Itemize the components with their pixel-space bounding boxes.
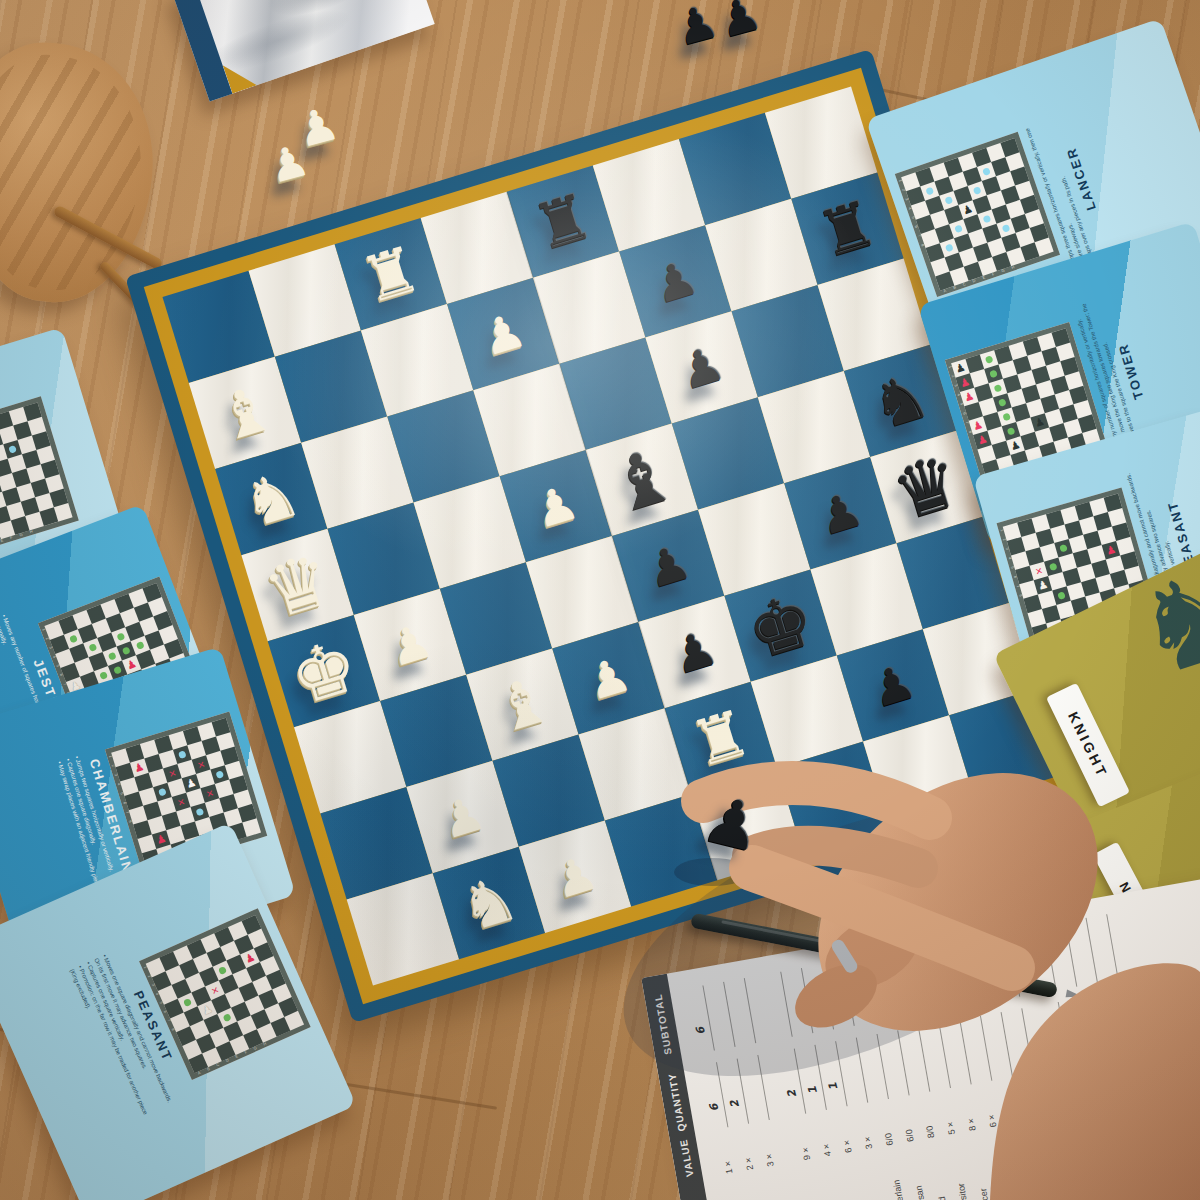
piece-white-pawn-c1[interactable]: ♟ xyxy=(547,847,602,905)
piece-black-pawn-e4[interactable]: ♟ xyxy=(641,537,696,595)
piece-black-pawn-g2[interactable]: ♟ xyxy=(865,656,920,714)
piece-black-rook-h7[interactable]: ♜ xyxy=(811,190,883,267)
piece-value: 12 × xyxy=(1021,1074,1039,1121)
piece-value: 9 × xyxy=(794,1114,812,1161)
piece-glyph-icon: ♛ xyxy=(1122,1190,1134,1200)
piece-value: 8 × xyxy=(959,1085,977,1132)
piece-value: 7 × xyxy=(1001,1077,1019,1124)
piece-value: 1 × xyxy=(716,1128,734,1175)
piece-value: 5 × xyxy=(939,1088,957,1135)
piece-value: 0 × xyxy=(1079,1064,1097,1111)
piece-white-pawn-d5[interactable]: ♟ xyxy=(528,477,583,535)
marbled-box-lid[interactable] xyxy=(171,0,434,102)
piece-value: 12 × xyxy=(1058,1067,1076,1114)
piece-black-pawn-f7[interactable]: ♟ xyxy=(648,252,703,310)
handwritten-quantity: 6 xyxy=(707,1102,722,1113)
piece-value: 6 × xyxy=(980,1081,998,1128)
handwritten-quantity: 1 xyxy=(826,1081,841,1092)
piece-black-pawn-e3[interactable]: ♟ xyxy=(667,623,722,681)
piece-white-pawn-b2[interactable]: ♟ xyxy=(435,788,490,846)
piece-black-knight-h5[interactable]: ♞ xyxy=(864,362,936,439)
piece-white-pawn-d7[interactable]: ♟ xyxy=(476,305,531,363)
score-pad-rows: Rank I☐♙Pawn1 ×66☒♟Peasant2 ×2☐♟Soldier3… xyxy=(667,896,1165,1200)
handwritten-quantity: 1 xyxy=(806,1085,821,1096)
piece-white-rook-e2[interactable]: ♜ xyxy=(685,700,757,777)
piece-white-pawn-d3[interactable]: ♟ xyxy=(581,649,636,707)
piece-black-queen-h4[interactable]: ♛ xyxy=(884,442,968,531)
piece-black-pawn-g4[interactable]: ♟ xyxy=(813,484,868,542)
captured-black-pawn[interactable]: ♟ xyxy=(671,0,723,53)
piece-value: 12 × xyxy=(1099,1060,1117,1107)
piece-value: 15 × xyxy=(1120,1056,1138,1103)
piece-value: 2 × xyxy=(737,1124,755,1171)
piece-white-pawn-b4[interactable]: ♟ xyxy=(382,616,437,674)
piece-value: 3 × xyxy=(757,1120,775,1167)
piece-white-knight-b1[interactable]: ♞ xyxy=(453,865,525,942)
piece-black-pawn-f6[interactable]: ♟ xyxy=(674,338,729,396)
piece-value: 6 × xyxy=(835,1107,853,1154)
drawstring-bag[interactable] xyxy=(0,36,163,310)
piece-black-rook-e8[interactable]: ♜ xyxy=(527,183,599,260)
piece-value: 6/0 xyxy=(877,1099,895,1146)
piece-value: 8/0 xyxy=(918,1092,936,1139)
piece-white-bishop-c3[interactable]: ♝ xyxy=(486,666,558,743)
box-spine xyxy=(171,0,232,102)
piece-value: 3 × xyxy=(856,1103,874,1150)
piece-black-bishop-e5[interactable]: ♝ xyxy=(600,435,684,524)
score-pad[interactable]: Piece Value Quantity Subtotal Rank I☐♙Pa… xyxy=(641,867,1200,1200)
piece-value: 6/0 xyxy=(897,1096,915,1143)
piece-white-rook-c8[interactable]: ♜ xyxy=(355,236,427,313)
piece-white-queen-a5[interactable]: ♛ xyxy=(256,541,340,630)
handwritten-quantity: 2 xyxy=(728,1098,743,1109)
piece-white-king-a4[interactable]: ♚ xyxy=(282,627,366,716)
piece-value: 4 × xyxy=(815,1110,833,1157)
handwritten-subtotal: 6 xyxy=(693,1025,708,1036)
piece-white-knight-a6[interactable]: ♞ xyxy=(235,461,307,538)
handwritten-quantity: 2 xyxy=(785,1088,800,1099)
piece-white-bishop-a7[interactable]: ♝ xyxy=(209,375,281,452)
piece-glyph-icon: ♚ xyxy=(1143,1186,1155,1200)
piece-black-king-f3[interactable]: ♚ xyxy=(739,581,823,670)
